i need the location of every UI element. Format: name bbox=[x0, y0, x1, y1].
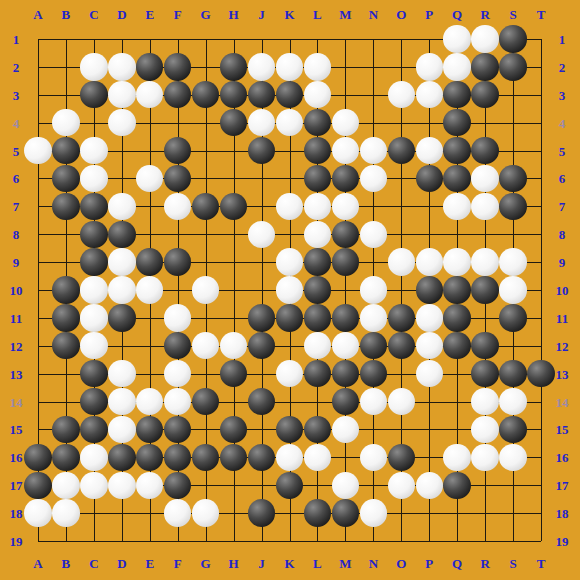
white-stone-S14[interactable] bbox=[499, 388, 526, 415]
row-label-left-18: 18 bbox=[10, 507, 23, 520]
white-stone-D3[interactable] bbox=[108, 81, 135, 108]
col-label-bottom-Q: Q bbox=[452, 557, 462, 570]
white-stone-G18[interactable] bbox=[192, 499, 219, 526]
col-label-bottom-B: B bbox=[62, 557, 71, 570]
row-label-left-9: 9 bbox=[13, 256, 20, 269]
row-label-left-16: 16 bbox=[10, 451, 23, 464]
col-label-bottom-A: A bbox=[33, 557, 42, 570]
white-stone-A18[interactable] bbox=[24, 499, 51, 526]
white-stone-R16[interactable] bbox=[471, 444, 498, 471]
row-label-right-2: 2 bbox=[559, 60, 566, 73]
black-stone-Q5[interactable] bbox=[443, 137, 470, 164]
white-stone-B18[interactable] bbox=[52, 499, 79, 526]
black-stone-B6[interactable] bbox=[52, 165, 79, 192]
white-stone-E10[interactable] bbox=[136, 276, 163, 303]
black-stone-Q6[interactable] bbox=[443, 165, 470, 192]
white-stone-C10[interactable] bbox=[80, 276, 107, 303]
black-stone-R5[interactable] bbox=[471, 137, 498, 164]
white-stone-N18[interactable] bbox=[360, 499, 387, 526]
row-label-right-3: 3 bbox=[559, 88, 566, 101]
white-stone-K10[interactable] bbox=[276, 276, 303, 303]
white-stone-N5[interactable] bbox=[360, 137, 387, 164]
row-label-right-11: 11 bbox=[556, 311, 568, 324]
col-label-top-A: A bbox=[33, 8, 42, 21]
white-stone-D9[interactable] bbox=[108, 248, 135, 275]
col-label-bottom-R: R bbox=[480, 557, 489, 570]
black-stone-B11[interactable] bbox=[52, 304, 79, 331]
black-stone-R3[interactable] bbox=[471, 81, 498, 108]
white-stone-N16[interactable] bbox=[360, 444, 387, 471]
black-stone-S7[interactable] bbox=[499, 193, 526, 220]
black-stone-O11[interactable] bbox=[388, 304, 415, 331]
white-stone-R6[interactable] bbox=[471, 165, 498, 192]
white-stone-O17[interactable] bbox=[388, 472, 415, 499]
black-stone-L6[interactable] bbox=[304, 165, 331, 192]
row-label-right-6: 6 bbox=[559, 172, 566, 185]
white-stone-P13[interactable] bbox=[416, 360, 443, 387]
row-label-right-18: 18 bbox=[556, 507, 569, 520]
white-stone-M15[interactable] bbox=[332, 416, 359, 443]
col-label-top-L: L bbox=[313, 8, 322, 21]
row-label-left-19: 19 bbox=[10, 535, 23, 548]
white-stone-D2[interactable] bbox=[108, 53, 135, 80]
black-stone-E2[interactable] bbox=[136, 53, 163, 80]
white-stone-J2[interactable] bbox=[248, 53, 275, 80]
white-stone-D7[interactable] bbox=[108, 193, 135, 220]
black-stone-T13[interactable] bbox=[527, 360, 554, 387]
black-stone-B15[interactable] bbox=[52, 416, 79, 443]
white-stone-P9[interactable] bbox=[416, 248, 443, 275]
white-stone-L7[interactable] bbox=[304, 193, 331, 220]
white-stone-R9[interactable] bbox=[471, 248, 498, 275]
row-label-left-2: 2 bbox=[13, 60, 20, 73]
col-label-bottom-T: T bbox=[537, 557, 546, 570]
white-stone-R7[interactable] bbox=[471, 193, 498, 220]
row-label-left-10: 10 bbox=[10, 284, 23, 297]
black-stone-C9[interactable] bbox=[80, 248, 107, 275]
white-stone-R15[interactable] bbox=[471, 416, 498, 443]
black-stone-K17[interactable] bbox=[276, 472, 303, 499]
white-stone-C2[interactable] bbox=[80, 53, 107, 80]
black-stone-M6[interactable] bbox=[332, 165, 359, 192]
col-label-bottom-D: D bbox=[117, 557, 126, 570]
white-stone-Q16[interactable] bbox=[443, 444, 470, 471]
white-stone-L16[interactable] bbox=[304, 444, 331, 471]
col-label-bottom-J: J bbox=[258, 557, 265, 570]
black-stone-F2[interactable] bbox=[164, 53, 191, 80]
white-stone-P11[interactable] bbox=[416, 304, 443, 331]
col-label-top-S: S bbox=[509, 8, 516, 21]
white-stone-N11[interactable] bbox=[360, 304, 387, 331]
black-stone-B7[interactable] bbox=[52, 193, 79, 220]
black-stone-A16[interactable] bbox=[24, 444, 51, 471]
black-stone-S11[interactable] bbox=[499, 304, 526, 331]
row-label-left-14: 14 bbox=[10, 395, 23, 408]
black-stone-O5[interactable] bbox=[388, 137, 415, 164]
black-stone-E9[interactable] bbox=[136, 248, 163, 275]
black-stone-B10[interactable] bbox=[52, 276, 79, 303]
white-stone-P5[interactable] bbox=[416, 137, 443, 164]
row-label-right-9: 9 bbox=[559, 256, 566, 269]
col-label-bottom-E: E bbox=[145, 557, 154, 570]
black-stone-J11[interactable] bbox=[248, 304, 275, 331]
col-label-bottom-G: G bbox=[201, 557, 211, 570]
col-label-top-J: J bbox=[258, 8, 265, 21]
white-stone-K16[interactable] bbox=[276, 444, 303, 471]
black-stone-L15[interactable] bbox=[304, 416, 331, 443]
col-label-bottom-P: P bbox=[425, 557, 433, 570]
white-stone-K7[interactable] bbox=[276, 193, 303, 220]
black-stone-R12[interactable] bbox=[471, 332, 498, 359]
black-stone-C7[interactable] bbox=[80, 193, 107, 220]
white-stone-Q7[interactable] bbox=[443, 193, 470, 220]
row-label-right-16: 16 bbox=[556, 451, 569, 464]
black-stone-M9[interactable] bbox=[332, 248, 359, 275]
col-label-top-H: H bbox=[229, 8, 239, 21]
white-stone-O14[interactable] bbox=[388, 388, 415, 415]
row-label-left-11: 11 bbox=[10, 311, 22, 324]
black-stone-Q10[interactable] bbox=[443, 276, 470, 303]
white-stone-G10[interactable] bbox=[192, 276, 219, 303]
row-label-right-12: 12 bbox=[556, 339, 569, 352]
white-stone-B4[interactable] bbox=[52, 109, 79, 136]
col-label-bottom-M: M bbox=[339, 557, 351, 570]
row-label-right-1: 1 bbox=[559, 33, 566, 46]
black-stone-L10[interactable] bbox=[304, 276, 331, 303]
black-stone-L9[interactable] bbox=[304, 248, 331, 275]
white-stone-C16[interactable] bbox=[80, 444, 107, 471]
white-stone-S10[interactable] bbox=[499, 276, 526, 303]
col-label-bottom-S: S bbox=[509, 557, 516, 570]
black-stone-C14[interactable] bbox=[80, 388, 107, 415]
white-stone-K2[interactable] bbox=[276, 53, 303, 80]
black-stone-C15[interactable] bbox=[80, 416, 107, 443]
black-stone-B16[interactable] bbox=[52, 444, 79, 471]
white-stone-A5[interactable] bbox=[24, 137, 51, 164]
black-stone-B5[interactable] bbox=[52, 137, 79, 164]
white-stone-Q1[interactable] bbox=[443, 25, 470, 52]
col-label-top-C: C bbox=[89, 8, 98, 21]
col-label-bottom-H: H bbox=[229, 557, 239, 570]
black-stone-Q11[interactable] bbox=[443, 304, 470, 331]
row-label-left-13: 13 bbox=[10, 367, 23, 380]
black-stone-S2[interactable] bbox=[499, 53, 526, 80]
white-stone-D14[interactable] bbox=[108, 388, 135, 415]
col-label-top-N: N bbox=[369, 8, 378, 21]
black-stone-B12[interactable] bbox=[52, 332, 79, 359]
col-label-top-T: T bbox=[537, 8, 546, 21]
black-stone-S15[interactable] bbox=[499, 416, 526, 443]
white-stone-S16[interactable] bbox=[499, 444, 526, 471]
black-stone-M11[interactable] bbox=[332, 304, 359, 331]
black-stone-A17[interactable] bbox=[24, 472, 51, 499]
row-label-right-14: 14 bbox=[556, 395, 569, 408]
col-label-bottom-N: N bbox=[369, 557, 378, 570]
black-stone-S6[interactable] bbox=[499, 165, 526, 192]
col-label-top-M: M bbox=[339, 8, 351, 21]
black-stone-S1[interactable] bbox=[499, 25, 526, 52]
white-stone-F11[interactable] bbox=[164, 304, 191, 331]
white-stone-K9[interactable] bbox=[276, 248, 303, 275]
row-label-left-15: 15 bbox=[10, 423, 23, 436]
black-stone-J16[interactable] bbox=[248, 444, 275, 471]
white-stone-C12[interactable] bbox=[80, 332, 107, 359]
white-stone-D10[interactable] bbox=[108, 276, 135, 303]
row-label-left-8: 8 bbox=[13, 228, 20, 241]
black-stone-C8[interactable] bbox=[80, 221, 107, 248]
col-label-top-B: B bbox=[62, 8, 71, 21]
go-board[interactable]: AABBCCDDEEFFGGHHJJKKLLMMNNOOPPQQRRSSTT11… bbox=[0, 0, 580, 580]
white-stone-R1[interactable] bbox=[471, 25, 498, 52]
row-label-left-7: 7 bbox=[13, 200, 20, 213]
black-stone-S13[interactable] bbox=[499, 360, 526, 387]
black-stone-D16[interactable] bbox=[108, 444, 135, 471]
black-stone-J18[interactable] bbox=[248, 499, 275, 526]
black-stone-K11[interactable] bbox=[276, 304, 303, 331]
white-stone-C5[interactable] bbox=[80, 137, 107, 164]
white-stone-F18[interactable] bbox=[164, 499, 191, 526]
black-stone-P6[interactable] bbox=[416, 165, 443, 192]
white-stone-L2[interactable] bbox=[304, 53, 331, 80]
black-stone-Q17[interactable] bbox=[443, 472, 470, 499]
col-label-bottom-L: L bbox=[313, 557, 322, 570]
black-stone-D8[interactable] bbox=[108, 221, 135, 248]
white-stone-D4[interactable] bbox=[108, 109, 135, 136]
white-stone-C6[interactable] bbox=[80, 165, 107, 192]
black-stone-L18[interactable] bbox=[304, 499, 331, 526]
white-stone-D17[interactable] bbox=[108, 472, 135, 499]
white-stone-C17[interactable] bbox=[80, 472, 107, 499]
row-label-right-17: 17 bbox=[556, 479, 569, 492]
black-stone-R13[interactable] bbox=[471, 360, 498, 387]
row-label-right-13: 13 bbox=[556, 367, 569, 380]
col-label-top-P: P bbox=[425, 8, 433, 21]
row-label-left-1: 1 bbox=[13, 33, 20, 46]
white-stone-R14[interactable] bbox=[471, 388, 498, 415]
white-stone-C11[interactable] bbox=[80, 304, 107, 331]
white-stone-S9[interactable] bbox=[499, 248, 526, 275]
col-label-bottom-K: K bbox=[284, 557, 294, 570]
row-label-right-4: 4 bbox=[559, 116, 566, 129]
white-stone-N10[interactable] bbox=[360, 276, 387, 303]
col-label-top-O: O bbox=[396, 8, 406, 21]
col-label-top-K: K bbox=[284, 8, 294, 21]
col-label-bottom-C: C bbox=[89, 557, 98, 570]
col-label-top-D: D bbox=[117, 8, 126, 21]
black-stone-M8[interactable] bbox=[332, 221, 359, 248]
white-stone-L8[interactable] bbox=[304, 221, 331, 248]
row-label-right-7: 7 bbox=[559, 200, 566, 213]
black-stone-Q3[interactable] bbox=[443, 81, 470, 108]
white-stone-D13[interactable] bbox=[108, 360, 135, 387]
white-stone-Q9[interactable] bbox=[443, 248, 470, 275]
row-label-left-4: 4 bbox=[13, 116, 20, 129]
row-label-left-5: 5 bbox=[13, 144, 20, 157]
col-label-bottom-O: O bbox=[396, 557, 406, 570]
row-label-right-10: 10 bbox=[556, 284, 569, 297]
black-stone-R2[interactable] bbox=[471, 53, 498, 80]
black-stone-O16[interactable] bbox=[388, 444, 415, 471]
white-stone-N14[interactable] bbox=[360, 388, 387, 415]
black-stone-P10[interactable] bbox=[416, 276, 443, 303]
white-stone-M17[interactable] bbox=[332, 472, 359, 499]
black-stone-D11[interactable] bbox=[108, 304, 135, 331]
row-label-right-15: 15 bbox=[556, 423, 569, 436]
white-stone-M7[interactable] bbox=[332, 193, 359, 220]
col-label-top-F: F bbox=[174, 8, 182, 21]
black-stone-H2[interactable] bbox=[220, 53, 247, 80]
white-stone-P2[interactable] bbox=[416, 53, 443, 80]
col-label-bottom-F: F bbox=[174, 557, 182, 570]
row-label-left-17: 17 bbox=[10, 479, 23, 492]
col-label-top-G: G bbox=[201, 8, 211, 21]
black-stone-C3[interactable] bbox=[80, 81, 107, 108]
col-label-top-R: R bbox=[480, 8, 489, 21]
row-label-right-5: 5 bbox=[559, 144, 566, 157]
row-label-left-12: 12 bbox=[10, 339, 23, 352]
black-stone-Q12[interactable] bbox=[443, 332, 470, 359]
black-stone-Q4[interactable] bbox=[443, 109, 470, 136]
black-stone-C13[interactable] bbox=[80, 360, 107, 387]
white-stone-J8[interactable] bbox=[248, 221, 275, 248]
white-stone-N8[interactable] bbox=[360, 221, 387, 248]
white-stone-N6[interactable] bbox=[360, 165, 387, 192]
black-stone-L11[interactable] bbox=[304, 304, 331, 331]
col-label-top-E: E bbox=[145, 8, 154, 21]
white-stone-O9[interactable] bbox=[388, 248, 415, 275]
black-stone-M18[interactable] bbox=[332, 499, 359, 526]
row-label-left-6: 6 bbox=[13, 172, 20, 185]
col-label-top-Q: Q bbox=[452, 8, 462, 21]
black-stone-F9[interactable] bbox=[164, 248, 191, 275]
row-label-right-19: 19 bbox=[556, 535, 569, 548]
row-label-left-3: 3 bbox=[13, 88, 20, 101]
white-stone-Q2[interactable] bbox=[443, 53, 470, 80]
black-stone-R10[interactable] bbox=[471, 276, 498, 303]
row-label-right-8: 8 bbox=[559, 228, 566, 241]
white-stone-P17[interactable] bbox=[416, 472, 443, 499]
white-stone-D15[interactable] bbox=[108, 416, 135, 443]
white-stone-B17[interactable] bbox=[52, 472, 79, 499]
